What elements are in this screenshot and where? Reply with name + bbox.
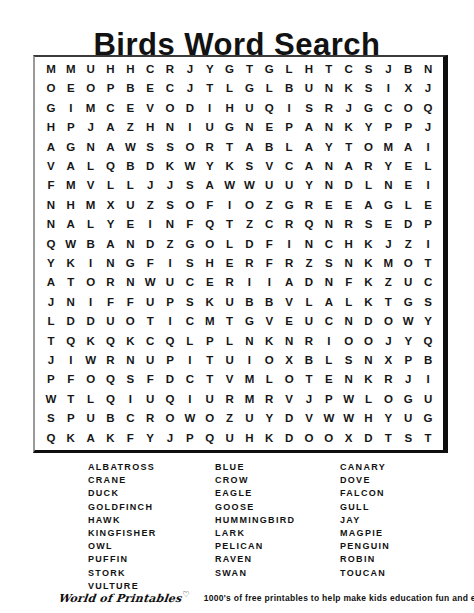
grid-cell-r1c2: M bbox=[61, 60, 81, 79]
grid-cell-r15c14: R bbox=[299, 332, 319, 351]
grid-cell-r19c9: O bbox=[200, 409, 220, 428]
grid-cell-r15c10: L bbox=[220, 332, 240, 351]
grid-cell-r13c4: F bbox=[101, 293, 121, 312]
grid-cell-r16c12: O bbox=[259, 351, 279, 370]
grid-cell-r15c16: O bbox=[339, 332, 359, 351]
grid-cell-r8c18: G bbox=[378, 196, 398, 215]
word-list-item: GULL bbox=[340, 501, 390, 514]
grid-cell-r18c18: O bbox=[378, 390, 398, 409]
grid-cell-r1c19: B bbox=[398, 60, 418, 79]
grid-cell-r11c1: Y bbox=[41, 254, 61, 273]
grid-cell-r1c15: T bbox=[319, 60, 339, 79]
grid-cell-r5c4: A bbox=[101, 138, 121, 157]
grid-cell-r16c8: I bbox=[180, 351, 200, 370]
grid-cell-r5c19: A bbox=[398, 138, 418, 157]
word-list-item: RAVEN bbox=[215, 553, 295, 566]
grid-cell-r10c7: Z bbox=[160, 235, 180, 254]
grid-cell-r20c2: K bbox=[61, 429, 81, 448]
grid-cell-r5c6: S bbox=[140, 138, 160, 157]
grid-cell-r7c1: F bbox=[41, 176, 61, 195]
grid-cell-r6c20: L bbox=[418, 157, 438, 176]
word-list-item: BLUE bbox=[215, 461, 295, 474]
grid-cell-r4c4: A bbox=[101, 118, 121, 137]
grid-cell-r17c4: Q bbox=[101, 370, 121, 389]
grid-cell-r1c7: R bbox=[160, 60, 180, 79]
grid-cell-r6c11: S bbox=[240, 157, 260, 176]
grid-cell-r16c18: X bbox=[378, 351, 398, 370]
grid-cell-r9c13: R bbox=[279, 215, 299, 234]
grid-cell-r10c3: B bbox=[81, 235, 101, 254]
grid-cell-r14c9: M bbox=[200, 312, 220, 331]
word-list-item: JAY bbox=[340, 514, 390, 527]
grid-cell-r18c10: R bbox=[220, 390, 240, 409]
grid-cell-r15c3: K bbox=[81, 332, 101, 351]
grid-cell-r11c9: H bbox=[200, 254, 220, 273]
grid-cell-r13c15: A bbox=[319, 293, 339, 312]
grid-cell-r7c4: L bbox=[101, 176, 121, 195]
grid-cell-r20c5: F bbox=[120, 429, 140, 448]
grid-cell-r15c6: C bbox=[140, 332, 160, 351]
grid-cell-r9c20: P bbox=[418, 215, 438, 234]
grid-cell-r16c9: T bbox=[200, 351, 220, 370]
grid-cell-r16c13: X bbox=[279, 351, 299, 370]
grid-cell-r3c12: Q bbox=[259, 99, 279, 118]
grid-cell-r14c7: I bbox=[160, 312, 180, 331]
grid-cell-r13c6: U bbox=[140, 293, 160, 312]
footer-tagline: 1000's of free printables to help make k… bbox=[204, 593, 474, 603]
grid-cell-r13c3: I bbox=[81, 293, 101, 312]
grid-cell-r17c7: D bbox=[160, 370, 180, 389]
grid-cell-r2c10: L bbox=[220, 79, 240, 98]
grid-cell-r10c16: H bbox=[339, 235, 359, 254]
grid-cell-r3c20: Q bbox=[418, 99, 438, 118]
grid-cell-r19c6: R bbox=[140, 409, 160, 428]
grid-cell-r2c13: B bbox=[279, 79, 299, 98]
grid-cell-r4c9: U bbox=[200, 118, 220, 137]
grid-cell-r5c5: W bbox=[120, 138, 140, 157]
grid-cell-r10c18: J bbox=[378, 235, 398, 254]
grid-cell-r8c16: E bbox=[339, 196, 359, 215]
grid-cell-r7c5: L bbox=[120, 176, 140, 195]
grid-cell-r19c5: C bbox=[120, 409, 140, 428]
grid-cell-r10c12: F bbox=[259, 235, 279, 254]
grid-cell-r20c12: K bbox=[259, 429, 279, 448]
grid-cell-r13c5: F bbox=[120, 293, 140, 312]
grid-cell-r9c10: T bbox=[220, 215, 240, 234]
grid-cell-r20c9: Q bbox=[200, 429, 220, 448]
grid-cell-r13c16: L bbox=[339, 293, 359, 312]
grid-cell-r3c10: H bbox=[220, 99, 240, 118]
grid-cell-r20c7: J bbox=[160, 429, 180, 448]
grid-cell-r9c7: N bbox=[160, 215, 180, 234]
grid-cell-r13c2: N bbox=[61, 293, 81, 312]
grid-cell-r8c3: M bbox=[81, 196, 101, 215]
grid-cell-r13c9: K bbox=[200, 293, 220, 312]
grid-cell-r16c11: I bbox=[240, 351, 260, 370]
grid-cell-r17c9: T bbox=[200, 370, 220, 389]
grid-cell-r6c5: B bbox=[120, 157, 140, 176]
grid-cell-r10c5: N bbox=[120, 235, 140, 254]
grid-cell-r6c3: L bbox=[81, 157, 101, 176]
grid-cell-r17c10: V bbox=[220, 370, 240, 389]
grid-cell-r18c12: R bbox=[259, 390, 279, 409]
word-search-grid: MMUHHCRJYGTGLHTCSJBNOEOPBECJTLGLBUNKSIXJ… bbox=[33, 55, 448, 453]
grid-cell-r6c16: A bbox=[339, 157, 359, 176]
grid-cell-r2c11: G bbox=[240, 79, 260, 98]
grid-cell-r17c3: O bbox=[81, 370, 101, 389]
grid-cell-r7c19: E bbox=[398, 176, 418, 195]
grid-cell-r5c18: M bbox=[378, 138, 398, 157]
grid-cell-r15c7: Q bbox=[160, 332, 180, 351]
grid-cell-r18c7: Q bbox=[160, 390, 180, 409]
grid-cell-r6c1: V bbox=[41, 157, 61, 176]
grid-cell-r15c4: Q bbox=[101, 332, 121, 351]
grid-cell-r17c6: F bbox=[140, 370, 160, 389]
grid-cell-r13c10: U bbox=[220, 293, 240, 312]
grid-cell-r11c5: G bbox=[120, 254, 140, 273]
grid-cell-r7c7: J bbox=[160, 176, 180, 195]
grid-cell-r16c7: P bbox=[160, 351, 180, 370]
grid-cell-r20c19: S bbox=[398, 429, 418, 448]
grid-cell-r8c1: N bbox=[41, 196, 61, 215]
grid-cell-r2c1: O bbox=[41, 79, 61, 98]
grid-cell-r15c18: J bbox=[378, 332, 398, 351]
grid-cell-r8c12: Z bbox=[259, 196, 279, 215]
grid-cell-r3c17: G bbox=[359, 99, 379, 118]
grid-cell-r15c17: O bbox=[359, 332, 379, 351]
grid-cell-r2c2: E bbox=[61, 79, 81, 98]
grid-cell-r8c6: Z bbox=[140, 196, 160, 215]
grid-cell-r19c2: P bbox=[61, 409, 81, 428]
grid-cell-r7c11: W bbox=[240, 176, 260, 195]
grid-cell-r16c15: L bbox=[319, 351, 339, 370]
grid-cell-r10c2: W bbox=[61, 235, 81, 254]
word-list-column-1: ALBATROSSCRANEDUCKGOLDFINCHHAWKKINGFISHE… bbox=[88, 461, 157, 593]
grid-cell-r11c13: R bbox=[279, 254, 299, 273]
grid-cell-r12c10: R bbox=[220, 273, 240, 292]
grid-cell-r18c8: I bbox=[180, 390, 200, 409]
grid-cell-r6c4: Q bbox=[101, 157, 121, 176]
grid-cell-r7c15: N bbox=[319, 176, 339, 195]
grid-cell-r14c13: E bbox=[279, 312, 299, 331]
grid-cell-r16c16: S bbox=[339, 351, 359, 370]
grid-cell-r10c1: Q bbox=[41, 235, 61, 254]
grid-cell-r8c5: U bbox=[120, 196, 140, 215]
word-list-item: CRANE bbox=[88, 474, 157, 487]
grid-cell-r2c4: P bbox=[101, 79, 121, 98]
grid-cell-r18c19: G bbox=[398, 390, 418, 409]
grid-cell-r7c20: I bbox=[418, 176, 438, 195]
grid-cell-r15c1: T bbox=[41, 332, 61, 351]
grid-cell-r6c8: W bbox=[180, 157, 200, 176]
grid-cell-r2c20: J bbox=[418, 79, 438, 98]
grid-cell-r18c2: T bbox=[61, 390, 81, 409]
grid-cell-r6c15: N bbox=[319, 157, 339, 176]
grid-cell-r4c13: P bbox=[279, 118, 299, 137]
grid-cell-r19c19: U bbox=[398, 409, 418, 428]
grid-cell-r9c6: I bbox=[140, 215, 160, 234]
grid-cell-r13c1: J bbox=[41, 293, 61, 312]
word-list-item: TOUCAN bbox=[340, 567, 390, 580]
grid-cell-r20c1: Q bbox=[41, 429, 61, 448]
grid-cell-r15c13: N bbox=[279, 332, 299, 351]
word-list-item: STORK bbox=[88, 567, 157, 580]
grid-cell-r5c17: O bbox=[359, 138, 379, 157]
grid-cell-r17c12: L bbox=[259, 370, 279, 389]
grid-cell-r14c20: Y bbox=[418, 312, 438, 331]
grid-cell-r12c2: T bbox=[61, 273, 81, 292]
grid-cell-r5c10: T bbox=[220, 138, 240, 157]
grid-cell-r11c17: K bbox=[359, 254, 379, 273]
grid-cell-r20c6: Y bbox=[140, 429, 160, 448]
grid-cell-r2c15: N bbox=[319, 79, 339, 98]
grid-cell-r17c18: R bbox=[378, 370, 398, 389]
grid-cell-r15c11: N bbox=[240, 332, 260, 351]
grid-cell-r16c20: B bbox=[418, 351, 438, 370]
grid-cell-r19c3: U bbox=[81, 409, 101, 428]
word-list-column-2: BLUECROWEAGLEGOOSEHUMMINGBIRDLARKPELICAN… bbox=[215, 461, 295, 580]
word-list-item: OWL bbox=[88, 540, 157, 553]
grid-cell-r1c17: S bbox=[359, 60, 379, 79]
grid-cell-r19c20: G bbox=[418, 409, 438, 428]
grid-cell-r5c2: G bbox=[61, 138, 81, 157]
grid-cell-r2c16: K bbox=[339, 79, 359, 98]
grid-cell-r10c4: A bbox=[101, 235, 121, 254]
grid-cell-r5c16: T bbox=[339, 138, 359, 157]
grid-cell-r11c14: Z bbox=[299, 254, 319, 273]
grid-cell-r5c9: R bbox=[200, 138, 220, 157]
grid-cell-r9c4: Y bbox=[101, 215, 121, 234]
grid-cell-r7c12: U bbox=[259, 176, 279, 195]
grid-cell-r7c14: Y bbox=[299, 176, 319, 195]
grid-cell-r4c5: Z bbox=[120, 118, 140, 137]
grid-cell-r2c7: C bbox=[160, 79, 180, 98]
grid-cell-r10c11: D bbox=[240, 235, 260, 254]
grid-cell-r13c7: P bbox=[160, 293, 180, 312]
grid-cell-r4c19: P bbox=[398, 118, 418, 137]
grid-cell-r12c4: R bbox=[101, 273, 121, 292]
grid-cell-r5c7: S bbox=[160, 138, 180, 157]
grid-cell-r11c10: E bbox=[220, 254, 240, 273]
footer: World of Printables ♡ 1000's of free pri… bbox=[58, 588, 458, 608]
grid-cell-r6c6: D bbox=[140, 157, 160, 176]
word-list-item: PUFFIN bbox=[88, 553, 157, 566]
grid-cell-r18c11: M bbox=[240, 390, 260, 409]
grid-cell-r17c2: F bbox=[61, 370, 81, 389]
grid-cell-r17c13: O bbox=[279, 370, 299, 389]
grid-cell-r9c18: E bbox=[378, 215, 398, 234]
grid-cell-r8c19: L bbox=[398, 196, 418, 215]
grid-cell-r16c2: I bbox=[61, 351, 81, 370]
grid-cell-r7c13: U bbox=[279, 176, 299, 195]
grid-cell-r5c12: B bbox=[259, 138, 279, 157]
grid-cell-r3c9: I bbox=[200, 99, 220, 118]
grid-cell-r2c5: B bbox=[120, 79, 140, 98]
grid-cell-r16c3: W bbox=[81, 351, 101, 370]
grid-cell-r18c4: Q bbox=[101, 390, 121, 409]
grid-cell-r9c17: S bbox=[359, 215, 379, 234]
word-list-item: PENGUIN bbox=[340, 540, 390, 553]
grid-cell-r15c8: L bbox=[180, 332, 200, 351]
grid-cell-r14c2: D bbox=[61, 312, 81, 331]
grid-cell-r11c19: O bbox=[398, 254, 418, 273]
grid-cell-r1c20: N bbox=[418, 60, 438, 79]
grid-cell-r20c18: T bbox=[378, 429, 398, 448]
grid-cell-r4c18: P bbox=[378, 118, 398, 137]
word-list-item: ROBIN bbox=[340, 553, 390, 566]
grid-cell-r12c19: U bbox=[398, 273, 418, 292]
grid-cell-r3c19: O bbox=[398, 99, 418, 118]
grid-cell-r4c20: J bbox=[418, 118, 438, 137]
grid-cell-r11c4: N bbox=[101, 254, 121, 273]
grid-cell-r12c15: N bbox=[319, 273, 339, 292]
grid-cell-r3c6: V bbox=[140, 99, 160, 118]
grid-cell-r9c9: Q bbox=[200, 215, 220, 234]
grid-cell-r1c12: G bbox=[259, 60, 279, 79]
grid-cell-r19c11: U bbox=[240, 409, 260, 428]
grid-cell-r15c12: K bbox=[259, 332, 279, 351]
grid-cell-r11c18: M bbox=[378, 254, 398, 273]
grid-cell-r9c5: E bbox=[120, 215, 140, 234]
grid-cell-r20c16: X bbox=[339, 429, 359, 448]
grid-cell-r13c19: G bbox=[398, 293, 418, 312]
grid-cell-r8c14: R bbox=[299, 196, 319, 215]
grid-cell-r8c15: E bbox=[319, 196, 339, 215]
grid-cell-r3c16: J bbox=[339, 99, 359, 118]
grid-cell-r9c12: C bbox=[259, 215, 279, 234]
word-list-item: CROW bbox=[215, 474, 295, 487]
grid-cell-r13c18: T bbox=[378, 293, 398, 312]
grid-cell-r20c8: P bbox=[180, 429, 200, 448]
grid-cell-r3c13: I bbox=[279, 99, 299, 118]
word-list-item: FALCON bbox=[340, 487, 390, 500]
grid-cell-r4c3: J bbox=[81, 118, 101, 137]
grid-cell-r5c8: O bbox=[180, 138, 200, 157]
grid-cell-r1c4: H bbox=[101, 60, 121, 79]
grid-cell-r9c1: N bbox=[41, 215, 61, 234]
grid-cell-r18c15: P bbox=[319, 390, 339, 409]
grid-cell-r9c3: L bbox=[81, 215, 101, 234]
grid-cell-r11c2: K bbox=[61, 254, 81, 273]
grid-cell-r5c20: I bbox=[418, 138, 438, 157]
grid-cell-r14c18: O bbox=[378, 312, 398, 331]
grid-cell-r16c1: J bbox=[41, 351, 61, 370]
grid-cell-r20c13: D bbox=[279, 429, 299, 448]
grid-cell-r4c10: G bbox=[220, 118, 240, 137]
grid-cell-r12c13: A bbox=[279, 273, 299, 292]
grid-cell-r20c4: K bbox=[101, 429, 121, 448]
grid-cell-r2c8: J bbox=[180, 79, 200, 98]
grid-cell-r12c7: U bbox=[160, 273, 180, 292]
grid-cell-r14c17: D bbox=[359, 312, 379, 331]
grid-cell-r11c15: S bbox=[319, 254, 339, 273]
grid-cell-r17c14: T bbox=[299, 370, 319, 389]
grid-cell-r7c2: M bbox=[61, 176, 81, 195]
grid-cell-r8c10: I bbox=[220, 196, 240, 215]
grid-cell-r13c12: B bbox=[259, 293, 279, 312]
grid-cell-r2c17: S bbox=[359, 79, 379, 98]
word-list-column-3: CANARYDOVEFALCONGULLJAYMAGPIEPENGUINROBI… bbox=[340, 461, 390, 580]
grid-cell-r19c16: W bbox=[339, 409, 359, 428]
grid-cell-r14c4: U bbox=[101, 312, 121, 331]
grid-cell-r1c11: T bbox=[240, 60, 260, 79]
grid-cell-r4c8: I bbox=[180, 118, 200, 137]
grid-cell-r20c11: H bbox=[240, 429, 260, 448]
grid-cell-r5c1: A bbox=[41, 138, 61, 157]
word-list-item: CANARY bbox=[340, 461, 390, 474]
grid-cell-r1c6: C bbox=[140, 60, 160, 79]
grid-cell-r12c6: W bbox=[140, 273, 160, 292]
grid-cell-r16c6: U bbox=[140, 351, 160, 370]
grid-cell-r12c5: N bbox=[120, 273, 140, 292]
grid-cell-r1c8: J bbox=[180, 60, 200, 79]
grid-cell-r3c15: R bbox=[319, 99, 339, 118]
grid-cell-r3c18: C bbox=[378, 99, 398, 118]
grid-cell-r4c17: Y bbox=[359, 118, 379, 137]
grid-cell-r18c6: U bbox=[140, 390, 160, 409]
grid-cell-r10c14: N bbox=[299, 235, 319, 254]
grid-cell-r17c19: J bbox=[398, 370, 418, 389]
grid-cell-r19c18: Y bbox=[378, 409, 398, 428]
grid-cell-r20c20: T bbox=[418, 429, 438, 448]
grid-cell-r12c16: F bbox=[339, 273, 359, 292]
grid-cell-r16c5: N bbox=[120, 351, 140, 370]
grid-cell-r6c13: C bbox=[279, 157, 299, 176]
grid-cell-r14c11: G bbox=[240, 312, 260, 331]
grid-cell-r3c2: I bbox=[61, 99, 81, 118]
grid-cell-r8c7: S bbox=[160, 196, 180, 215]
grid-cell-r1c16: C bbox=[339, 60, 359, 79]
grid-cell-r1c18: J bbox=[378, 60, 398, 79]
grid-cell-r13c13: V bbox=[279, 293, 299, 312]
grid-cell-r19c8: W bbox=[180, 409, 200, 428]
grid-cell-r10c13: I bbox=[279, 235, 299, 254]
grid-cell-r14c16: N bbox=[339, 312, 359, 331]
grid-cell-r15c9: P bbox=[200, 332, 220, 351]
grid-cell-r8c17: A bbox=[359, 196, 379, 215]
grid-cell-r11c6: F bbox=[140, 254, 160, 273]
grid-cell-r3c8: D bbox=[180, 99, 200, 118]
grid-cell-r2c9: T bbox=[200, 79, 220, 98]
grid-cell-r7c8: S bbox=[180, 176, 200, 195]
grid-cell-r7c10: W bbox=[220, 176, 240, 195]
grid-cell-r1c3: U bbox=[81, 60, 101, 79]
grid-cell-r4c2: P bbox=[61, 118, 81, 137]
grid-cell-r1c10: G bbox=[220, 60, 240, 79]
grid-cell-r6c10: K bbox=[220, 157, 240, 176]
grid-cell-r20c17: D bbox=[359, 429, 379, 448]
grid-cell-r14c10: T bbox=[220, 312, 240, 331]
grid-cell-r2c14: U bbox=[299, 79, 319, 98]
grid-cell-r11c8: S bbox=[180, 254, 200, 273]
grid-cell-r17c20: I bbox=[418, 370, 438, 389]
grid-cell-r10c15: C bbox=[319, 235, 339, 254]
word-list-item: HAWK bbox=[88, 514, 157, 527]
word-list-item: SWAN bbox=[215, 567, 295, 580]
grid-cell-r6c17: R bbox=[359, 157, 379, 176]
grid-cell-r15c15: I bbox=[319, 332, 339, 351]
grid-cell-r2c6: E bbox=[140, 79, 160, 98]
grid-cell-r3c5: E bbox=[120, 99, 140, 118]
grid-cell-r9c2: A bbox=[61, 215, 81, 234]
grid-cell-r7c3: V bbox=[81, 176, 101, 195]
grid-cell-r1c1: M bbox=[41, 60, 61, 79]
grid-cell-r14c1: L bbox=[41, 312, 61, 331]
grid-cell-r7c17: L bbox=[359, 176, 379, 195]
word-list-item: EAGLE bbox=[215, 487, 295, 500]
grid-cell-r14c19: W bbox=[398, 312, 418, 331]
grid-cell-r3c7: O bbox=[160, 99, 180, 118]
